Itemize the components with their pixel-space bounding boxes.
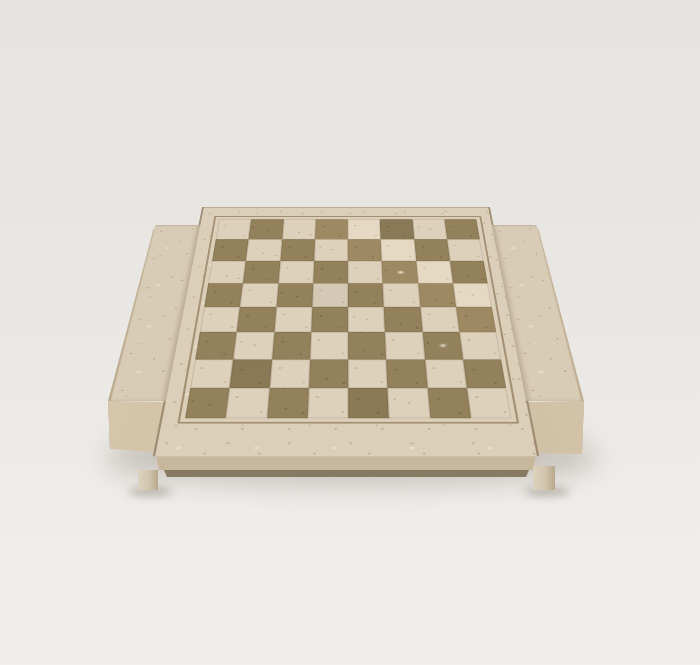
chess-board	[185, 219, 511, 418]
square-a2	[190, 359, 233, 388]
square-b7	[246, 239, 282, 260]
square-g4	[420, 307, 459, 332]
square-a1	[185, 388, 230, 419]
square-d3	[310, 332, 348, 359]
square-e5	[348, 283, 384, 307]
square-g2	[425, 359, 467, 388]
square-e8	[348, 219, 381, 239]
square-h2	[463, 359, 506, 388]
square-h7	[447, 239, 484, 260]
square-b4	[237, 307, 276, 332]
square-g1	[427, 388, 471, 419]
square-h4	[456, 307, 496, 332]
square-b6	[243, 261, 280, 283]
square-g5	[418, 283, 456, 307]
square-d1	[307, 388, 348, 419]
square-f1	[388, 388, 430, 419]
square-c4	[274, 307, 312, 332]
square-a5	[204, 283, 243, 307]
square-b2	[230, 359, 272, 388]
board-top-surface	[153, 207, 540, 456]
right-front-foot	[533, 466, 555, 490]
square-c5	[276, 283, 313, 307]
square-d6	[313, 261, 348, 283]
square-b3	[233, 332, 274, 359]
square-g7	[414, 239, 450, 260]
square-c3	[272, 332, 311, 359]
square-c2	[269, 359, 310, 388]
square-a4	[200, 307, 240, 332]
square-b8	[249, 219, 284, 239]
square-d4	[311, 307, 348, 332]
square-a8	[216, 219, 252, 239]
square-h3	[459, 332, 501, 359]
square-g6	[416, 261, 453, 283]
square-d8	[315, 219, 348, 239]
square-c7	[280, 239, 315, 260]
square-c6	[278, 261, 314, 283]
square-f2	[386, 359, 427, 388]
square-e1	[348, 388, 389, 419]
square-e4	[348, 307, 385, 332]
square-h1	[467, 388, 512, 419]
square-d7	[314, 239, 348, 260]
square-d2	[309, 359, 348, 388]
square-g8	[412, 219, 447, 239]
square-e6	[348, 261, 383, 283]
left-front-foot	[138, 470, 158, 490]
square-f7	[381, 239, 416, 260]
square-f3	[385, 332, 424, 359]
square-g3	[422, 332, 463, 359]
square-a3	[195, 332, 237, 359]
square-f8	[380, 219, 414, 239]
square-c1	[267, 388, 309, 419]
square-b5	[240, 283, 278, 307]
square-c8	[282, 219, 316, 239]
square-h6	[450, 261, 488, 283]
square-d5	[312, 283, 348, 307]
square-e3	[348, 332, 386, 359]
square-h8	[444, 219, 480, 239]
square-e7	[348, 239, 382, 260]
square-f6	[382, 261, 418, 283]
square-a6	[208, 261, 246, 283]
square-a7	[212, 239, 249, 260]
square-f5	[383, 283, 420, 307]
square-h5	[453, 283, 492, 307]
square-b1	[226, 388, 269, 419]
square-e2	[348, 359, 388, 388]
square-f4	[384, 307, 422, 332]
photo-background	[0, 0, 700, 665]
